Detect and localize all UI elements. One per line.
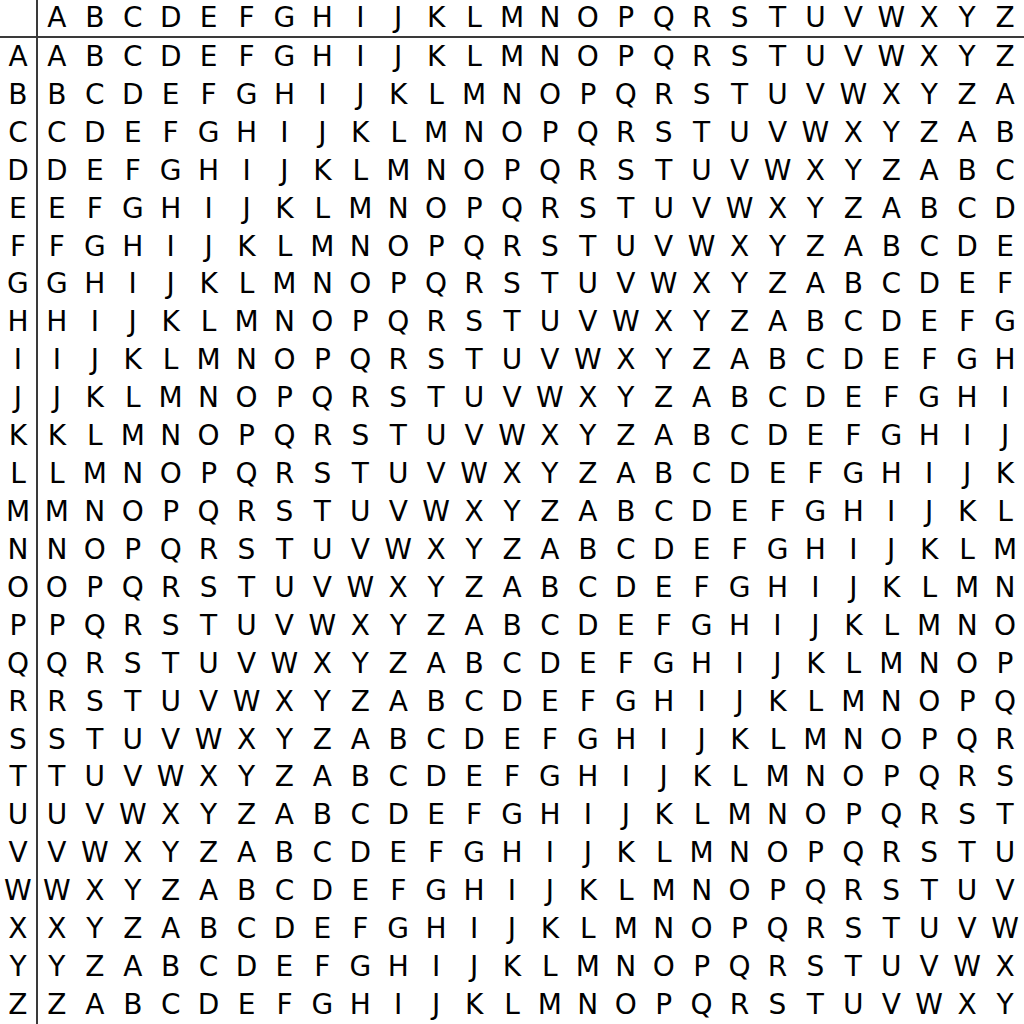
grid-cell-r5c20: X bbox=[759, 190, 797, 228]
grid-cell-r16c24: M bbox=[910, 607, 948, 645]
grid-cell-r19c4: V bbox=[152, 721, 190, 759]
grid-cell-r22c26: U bbox=[986, 834, 1024, 872]
grid-cell-r5c9: M bbox=[341, 190, 379, 228]
grid-cell-r11c2: L bbox=[76, 417, 114, 455]
grid-cell-r12c23: H bbox=[872, 455, 910, 493]
grid-cell-r1c12: L bbox=[455, 38, 493, 76]
grid-cell-r2c5: F bbox=[190, 76, 228, 114]
grid-cell-r15c24: L bbox=[910, 569, 948, 607]
grid-cell-r23c9: E bbox=[341, 872, 379, 910]
grid-cell-r18c17: H bbox=[645, 683, 683, 721]
grid-cell-r1c4: D bbox=[152, 38, 190, 76]
grid-cell-r16c13: B bbox=[493, 607, 531, 645]
grid-cell-r12c6: Q bbox=[228, 455, 266, 493]
grid-cell-r8c21: B bbox=[796, 303, 834, 341]
column-header-K-c11: K bbox=[417, 0, 455, 38]
grid-cell-r9c9: Q bbox=[341, 341, 379, 379]
grid-cell-r14c7: T bbox=[265, 531, 303, 569]
grid-cell-r9c5: M bbox=[190, 341, 228, 379]
grid-cell-r19c23: O bbox=[872, 721, 910, 759]
grid-cell-r2c4: E bbox=[152, 76, 190, 114]
grid-cell-r18c26: Q bbox=[986, 683, 1024, 721]
grid-cell-r12c8: S bbox=[303, 455, 341, 493]
grid-cell-r7c13: S bbox=[493, 265, 531, 303]
grid-cell-r14c2: O bbox=[76, 531, 114, 569]
grid-cell-r9c8: P bbox=[303, 341, 341, 379]
grid-cell-r13c15: A bbox=[569, 493, 607, 531]
grid-cell-r1c10: J bbox=[379, 38, 417, 76]
grid-cell-r25c20: R bbox=[759, 948, 797, 986]
column-header-P-c16: P bbox=[607, 0, 645, 38]
grid-cell-r6c22: A bbox=[834, 228, 872, 266]
grid-cell-r20c13: F bbox=[493, 759, 531, 797]
grid-cell-r21c25: S bbox=[948, 796, 986, 834]
grid-cell-r24c19: P bbox=[721, 910, 759, 948]
grid-cell-r6c6: K bbox=[228, 228, 266, 266]
grid-cell-r22c14: I bbox=[531, 834, 569, 872]
row-header-F-r6: F bbox=[0, 228, 38, 266]
grid-cell-r26c26: Y bbox=[986, 986, 1024, 1024]
grid-cell-r11c19: C bbox=[721, 417, 759, 455]
grid-cell-r3c17: S bbox=[645, 114, 683, 152]
grid-cell-r5c11: O bbox=[417, 190, 455, 228]
column-header-J-c10: J bbox=[379, 0, 417, 38]
grid-cell-r8c13: T bbox=[493, 303, 531, 341]
grid-cell-r16c17: F bbox=[645, 607, 683, 645]
grid-cell-r23c11: G bbox=[417, 872, 455, 910]
grid-cell-r16c1: P bbox=[38, 607, 76, 645]
grid-cell-r17c3: S bbox=[114, 645, 152, 683]
grid-cell-r13c14: Z bbox=[531, 493, 569, 531]
grid-cell-r23c21: Q bbox=[796, 872, 834, 910]
grid-cell-r6c4: I bbox=[152, 228, 190, 266]
grid-cell-r15c4: R bbox=[152, 569, 190, 607]
grid-cell-r21c10: D bbox=[379, 796, 417, 834]
grid-cell-r24c17: N bbox=[645, 910, 683, 948]
grid-cell-r14c12: Y bbox=[455, 531, 493, 569]
grid-cell-r16c26: O bbox=[986, 607, 1024, 645]
grid-cell-r7c10: P bbox=[379, 265, 417, 303]
grid-cell-r7c16: V bbox=[607, 265, 645, 303]
grid-cell-r25c11: I bbox=[417, 948, 455, 986]
grid-cell-r22c17: L bbox=[645, 834, 683, 872]
grid-cell-r9c20: B bbox=[759, 341, 797, 379]
grid-cell-r4c11: N bbox=[417, 152, 455, 190]
grid-cell-r23c7: C bbox=[265, 872, 303, 910]
grid-cell-r26c8: G bbox=[303, 986, 341, 1024]
grid-cell-r9c6: N bbox=[228, 341, 266, 379]
grid-cell-r20c11: D bbox=[417, 759, 455, 797]
grid-cell-r23c20: P bbox=[759, 872, 797, 910]
column-header-Q-c17: Q bbox=[645, 0, 683, 38]
row-header-V-r22: V bbox=[0, 834, 38, 872]
column-header-U-c21: U bbox=[796, 0, 834, 38]
grid-cell-r1c26: Z bbox=[986, 38, 1024, 76]
grid-cell-r17c5: U bbox=[190, 645, 228, 683]
grid-cell-r19c8: Z bbox=[303, 721, 341, 759]
grid-cell-r13c9: U bbox=[341, 493, 379, 531]
grid-cell-r11c25: I bbox=[948, 417, 986, 455]
grid-cell-r8c11: R bbox=[417, 303, 455, 341]
grid-cell-r5c1: E bbox=[38, 190, 76, 228]
grid-cell-r13c11: W bbox=[417, 493, 455, 531]
grid-cell-r14c14: A bbox=[531, 531, 569, 569]
grid-cell-r3c1: C bbox=[38, 114, 76, 152]
grid-cell-r25c6: D bbox=[228, 948, 266, 986]
grid-cell-r18c9: Z bbox=[341, 683, 379, 721]
grid-cell-r26c18: Q bbox=[683, 986, 721, 1024]
grid-cell-r5c8: L bbox=[303, 190, 341, 228]
grid-cell-r9c7: O bbox=[265, 341, 303, 379]
grid-cell-r20c5: X bbox=[190, 759, 228, 797]
grid-cell-r15c2: P bbox=[76, 569, 114, 607]
grid-cell-r25c1: Y bbox=[38, 948, 76, 986]
grid-cell-r10c4: M bbox=[152, 379, 190, 417]
grid-cell-r23c2: X bbox=[76, 872, 114, 910]
grid-cell-r4c10: M bbox=[379, 152, 417, 190]
grid-cell-r23c14: J bbox=[531, 872, 569, 910]
grid-cell-r11c1: K bbox=[38, 417, 76, 455]
grid-cell-r21c16: J bbox=[607, 796, 645, 834]
grid-cell-r7c2: H bbox=[76, 265, 114, 303]
grid-cell-r20c16: I bbox=[607, 759, 645, 797]
row-header-U-r21: U bbox=[0, 796, 38, 834]
grid-cell-r20c7: Z bbox=[265, 759, 303, 797]
grid-cell-r1c25: Y bbox=[948, 38, 986, 76]
grid-cell-r25c19: Q bbox=[721, 948, 759, 986]
grid-cell-r17c24: N bbox=[910, 645, 948, 683]
grid-cell-r5c5: I bbox=[190, 190, 228, 228]
grid-cell-r7c22: B bbox=[834, 265, 872, 303]
grid-cell-r14c1: N bbox=[38, 531, 76, 569]
grid-cell-r13c17: C bbox=[645, 493, 683, 531]
grid-cell-r15c3: Q bbox=[114, 569, 152, 607]
grid-cell-r6c13: R bbox=[493, 228, 531, 266]
column-header-A-c1: A bbox=[38, 0, 76, 38]
grid-cell-r4c12: O bbox=[455, 152, 493, 190]
grid-cell-r26c7: F bbox=[265, 986, 303, 1024]
grid-cell-r20c2: U bbox=[76, 759, 114, 797]
grid-cell-r25c4: B bbox=[152, 948, 190, 986]
grid-cell-r14c18: E bbox=[683, 531, 721, 569]
grid-cell-r11c7: Q bbox=[265, 417, 303, 455]
grid-cell-r6c7: L bbox=[265, 228, 303, 266]
grid-cell-r3c26: B bbox=[986, 114, 1024, 152]
grid-cell-r2c8: I bbox=[303, 76, 341, 114]
grid-cell-r7c5: K bbox=[190, 265, 228, 303]
column-header-S-c19: S bbox=[721, 0, 759, 38]
grid-cell-r6c24: C bbox=[910, 228, 948, 266]
grid-cell-r17c9: Y bbox=[341, 645, 379, 683]
grid-cell-r18c2: S bbox=[76, 683, 114, 721]
grid-cell-r4c22: Y bbox=[834, 152, 872, 190]
grid-cell-r7c18: X bbox=[683, 265, 721, 303]
grid-cell-r22c6: A bbox=[228, 834, 266, 872]
grid-cell-r6c21: Z bbox=[796, 228, 834, 266]
grid-cell-r3c11: M bbox=[417, 114, 455, 152]
grid-cell-r10c21: D bbox=[796, 379, 834, 417]
grid-cell-r15c10: X bbox=[379, 569, 417, 607]
grid-cell-r10c25: H bbox=[948, 379, 986, 417]
grid-cell-r13c5: Q bbox=[190, 493, 228, 531]
grid-cell-r10c3: L bbox=[114, 379, 152, 417]
grid-cell-r25c8: F bbox=[303, 948, 341, 986]
grid-cell-r19c12: D bbox=[455, 721, 493, 759]
grid-cell-r20c19: L bbox=[721, 759, 759, 797]
grid-cell-r3c22: X bbox=[834, 114, 872, 152]
grid-cell-r1c18: R bbox=[683, 38, 721, 76]
grid-cell-r1c11: K bbox=[417, 38, 455, 76]
grid-cell-r17c18: H bbox=[683, 645, 721, 683]
grid-cell-r2c6: G bbox=[228, 76, 266, 114]
grid-cell-r16c19: H bbox=[721, 607, 759, 645]
row-header-W-r23: W bbox=[0, 872, 38, 910]
grid-cell-r26c5: D bbox=[190, 986, 228, 1024]
grid-cell-r25c14: L bbox=[531, 948, 569, 986]
grid-cell-r8c8: O bbox=[303, 303, 341, 341]
grid-cell-r16c7: V bbox=[265, 607, 303, 645]
grid-cell-r3c19: U bbox=[721, 114, 759, 152]
row-header-P-r16: P bbox=[0, 607, 38, 645]
grid-cell-r17c14: D bbox=[531, 645, 569, 683]
grid-cell-r15c18: F bbox=[683, 569, 721, 607]
grid-cell-r4c2: E bbox=[76, 152, 114, 190]
grid-cell-r3c2: D bbox=[76, 114, 114, 152]
grid-cell-r17c17: G bbox=[645, 645, 683, 683]
grid-cell-r12c21: F bbox=[796, 455, 834, 493]
grid-cell-r8c19: Z bbox=[721, 303, 759, 341]
grid-cell-r5c2: F bbox=[76, 190, 114, 228]
grid-cell-r22c24: S bbox=[910, 834, 948, 872]
grid-cell-r25c13: K bbox=[493, 948, 531, 986]
grid-cell-r25c24: V bbox=[910, 948, 948, 986]
grid-cell-r4c4: G bbox=[152, 152, 190, 190]
grid-cell-r15c19: G bbox=[721, 569, 759, 607]
grid-cell-r14c15: B bbox=[569, 531, 607, 569]
grid-cell-r11c5: O bbox=[190, 417, 228, 455]
grid-cell-r23c6: B bbox=[228, 872, 266, 910]
grid-cell-r13c1: M bbox=[38, 493, 76, 531]
grid-cell-r18c5: V bbox=[190, 683, 228, 721]
grid-cell-r1c2: B bbox=[76, 38, 114, 76]
grid-cell-r2c15: P bbox=[569, 76, 607, 114]
grid-cell-r7c25: E bbox=[948, 265, 986, 303]
grid-cell-r9c15: W bbox=[569, 341, 607, 379]
grid-cell-r13c26: L bbox=[986, 493, 1024, 531]
grid-cell-r9c22: D bbox=[834, 341, 872, 379]
row-header-H-r8: H bbox=[0, 303, 38, 341]
grid-cell-r3c7: I bbox=[265, 114, 303, 152]
grid-cell-r23c16: L bbox=[607, 872, 645, 910]
grid-cell-r18c7: X bbox=[265, 683, 303, 721]
grid-cell-r5c15: S bbox=[569, 190, 607, 228]
grid-cell-r9c3: K bbox=[114, 341, 152, 379]
grid-cell-r5c26: D bbox=[986, 190, 1024, 228]
grid-cell-r14c21: H bbox=[796, 531, 834, 569]
grid-cell-r16c22: K bbox=[834, 607, 872, 645]
grid-cell-r16c2: Q bbox=[76, 607, 114, 645]
grid-cell-r14c26: M bbox=[986, 531, 1024, 569]
grid-cell-r20c9: B bbox=[341, 759, 379, 797]
grid-cell-r9c13: U bbox=[493, 341, 531, 379]
row-header-O-r15: O bbox=[0, 569, 38, 607]
grid-cell-r22c23: R bbox=[872, 834, 910, 872]
grid-cell-r2c13: N bbox=[493, 76, 531, 114]
row-header-L-r12: L bbox=[0, 455, 38, 493]
grid-cell-r21c7: A bbox=[265, 796, 303, 834]
grid-cell-r22c16: K bbox=[607, 834, 645, 872]
grid-cell-r18c3: T bbox=[114, 683, 152, 721]
grid-cell-r21c13: G bbox=[493, 796, 531, 834]
grid-cell-r20c24: Q bbox=[910, 759, 948, 797]
grid-cell-r21c23: Q bbox=[872, 796, 910, 834]
grid-cell-r5c14: R bbox=[531, 190, 569, 228]
grid-cell-r5c22: Z bbox=[834, 190, 872, 228]
grid-cell-r14c20: G bbox=[759, 531, 797, 569]
grid-cell-r1c13: M bbox=[493, 38, 531, 76]
grid-cell-r16c9: X bbox=[341, 607, 379, 645]
grid-cell-r9c19: A bbox=[721, 341, 759, 379]
grid-cell-r25c25: W bbox=[948, 948, 986, 986]
grid-cell-r9c21: C bbox=[796, 341, 834, 379]
grid-cell-r18c19: J bbox=[721, 683, 759, 721]
grid-cell-r7c24: D bbox=[910, 265, 948, 303]
grid-cell-r23c13: I bbox=[493, 872, 531, 910]
grid-cell-r26c25: X bbox=[948, 986, 986, 1024]
grid-cell-r19c25: Q bbox=[948, 721, 986, 759]
grid-cell-r14c10: W bbox=[379, 531, 417, 569]
grid-cell-r9c23: E bbox=[872, 341, 910, 379]
grid-cell-r20c8: A bbox=[303, 759, 341, 797]
grid-cell-r8c15: V bbox=[569, 303, 607, 341]
grid-cell-r14c17: D bbox=[645, 531, 683, 569]
grid-cell-r2c24: Y bbox=[910, 76, 948, 114]
grid-cell-r12c19: D bbox=[721, 455, 759, 493]
grid-cell-r15c12: Z bbox=[455, 569, 493, 607]
grid-cell-r15c7: U bbox=[265, 569, 303, 607]
grid-cell-r26c9: H bbox=[341, 986, 379, 1024]
grid-cell-r15c5: S bbox=[190, 569, 228, 607]
grid-cell-r22c2: W bbox=[76, 834, 114, 872]
grid-cell-r14c24: K bbox=[910, 531, 948, 569]
grid-cell-r3c24: Z bbox=[910, 114, 948, 152]
grid-cell-r13c19: E bbox=[721, 493, 759, 531]
grid-cell-r4c7: J bbox=[265, 152, 303, 190]
grid-cell-r2c25: Z bbox=[948, 76, 986, 114]
grid-cell-r17c23: M bbox=[872, 645, 910, 683]
grid-cell-r1c3: C bbox=[114, 38, 152, 76]
grid-cell-r11c22: F bbox=[834, 417, 872, 455]
grid-cell-r9c24: F bbox=[910, 341, 948, 379]
grid-cell-r2c16: Q bbox=[607, 76, 645, 114]
grid-cell-r10c12: U bbox=[455, 379, 493, 417]
grid-cell-r20c12: E bbox=[455, 759, 493, 797]
grid-cell-r8c6: M bbox=[228, 303, 266, 341]
grid-cell-r3c18: T bbox=[683, 114, 721, 152]
grid-cell-r24c7: D bbox=[265, 910, 303, 948]
grid-cell-r19c5: W bbox=[190, 721, 228, 759]
grid-cell-r12c24: I bbox=[910, 455, 948, 493]
grid-cell-r12c20: E bbox=[759, 455, 797, 493]
grid-cell-r25c17: O bbox=[645, 948, 683, 986]
grid-cell-r15c25: M bbox=[948, 569, 986, 607]
grid-cell-r10c14: W bbox=[531, 379, 569, 417]
grid-cell-r14c9: V bbox=[341, 531, 379, 569]
grid-cell-r21c14: H bbox=[531, 796, 569, 834]
grid-cell-r11c4: N bbox=[152, 417, 190, 455]
grid-cell-r24c18: O bbox=[683, 910, 721, 948]
grid-cell-r26c4: C bbox=[152, 986, 190, 1024]
grid-cell-r6c20: Y bbox=[759, 228, 797, 266]
grid-cell-r2c12: M bbox=[455, 76, 493, 114]
grid-cell-r25c26: X bbox=[986, 948, 1024, 986]
grid-cell-r25c3: A bbox=[114, 948, 152, 986]
grid-cell-r15c15: C bbox=[569, 569, 607, 607]
grid-cell-r11c9: S bbox=[341, 417, 379, 455]
grid-cell-r11c11: U bbox=[417, 417, 455, 455]
grid-cell-r3c9: K bbox=[341, 114, 379, 152]
grid-cell-r18c11: B bbox=[417, 683, 455, 721]
grid-cell-r22c19: N bbox=[721, 834, 759, 872]
grid-cell-r23c3: Y bbox=[114, 872, 152, 910]
grid-cell-r6c1: F bbox=[38, 228, 76, 266]
grid-cell-r1c9: I bbox=[341, 38, 379, 76]
grid-cell-r17c19: I bbox=[721, 645, 759, 683]
grid-cell-r8c12: S bbox=[455, 303, 493, 341]
grid-cell-r21c22: P bbox=[834, 796, 872, 834]
grid-cell-r4c24: A bbox=[910, 152, 948, 190]
grid-cell-r10c8: Q bbox=[303, 379, 341, 417]
grid-cell-r6c8: M bbox=[303, 228, 341, 266]
grid-cell-r8c17: X bbox=[645, 303, 683, 341]
column-header-Z-c26: Z bbox=[986, 0, 1024, 38]
grid-cell-r14c19: F bbox=[721, 531, 759, 569]
grid-cell-r13c10: V bbox=[379, 493, 417, 531]
grid-cell-r24c9: F bbox=[341, 910, 379, 948]
grid-cell-r11c15: Y bbox=[569, 417, 607, 455]
grid-cell-r26c2: A bbox=[76, 986, 114, 1024]
grid-cell-r20c23: P bbox=[872, 759, 910, 797]
column-header-G-c7: G bbox=[265, 0, 303, 38]
grid-cell-r2c7: H bbox=[265, 76, 303, 114]
grid-cell-r5c25: C bbox=[948, 190, 986, 228]
column-header-X-c24: X bbox=[910, 0, 948, 38]
grid-cell-r1c16: P bbox=[607, 38, 645, 76]
grid-cell-r22c8: C bbox=[303, 834, 341, 872]
grid-cell-r19c14: F bbox=[531, 721, 569, 759]
grid-cell-r24c21: R bbox=[796, 910, 834, 948]
grid-cell-r20c17: J bbox=[645, 759, 683, 797]
grid-cell-r15c16: D bbox=[607, 569, 645, 607]
grid-cell-r12c14: Y bbox=[531, 455, 569, 493]
grid-cell-r3c3: E bbox=[114, 114, 152, 152]
row-header-K-r11: K bbox=[0, 417, 38, 455]
grid-cell-r18c15: F bbox=[569, 683, 607, 721]
grid-cell-r26c23: V bbox=[872, 986, 910, 1024]
grid-cell-r16c14: C bbox=[531, 607, 569, 645]
grid-cell-r24c15: L bbox=[569, 910, 607, 948]
grid-cell-r8c24: E bbox=[910, 303, 948, 341]
grid-cell-r9c11: S bbox=[417, 341, 455, 379]
grid-cell-r7c3: I bbox=[114, 265, 152, 303]
grid-cell-r18c4: U bbox=[152, 683, 190, 721]
grid-cell-r5c16: T bbox=[607, 190, 645, 228]
grid-cell-r26c16: O bbox=[607, 986, 645, 1024]
grid-cell-r20c3: V bbox=[114, 759, 152, 797]
grid-cell-r25c16: N bbox=[607, 948, 645, 986]
grid-cell-r19c19: K bbox=[721, 721, 759, 759]
grid-cell-r21c5: Y bbox=[190, 796, 228, 834]
